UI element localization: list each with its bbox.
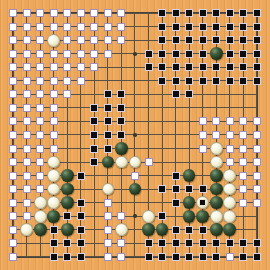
intersection-r4-c7[interactable] bbox=[101, 61, 115, 75]
intersection-r14-c11[interactable] bbox=[155, 196, 169, 210]
intersection-r3-c5[interactable] bbox=[74, 47, 88, 61]
intersection-r3-c6[interactable] bbox=[88, 47, 102, 61]
intersection-r5-c11[interactable] bbox=[155, 74, 169, 88]
intersection-r3-c3[interactable] bbox=[47, 47, 61, 61]
intersection-r2-c13[interactable] bbox=[182, 34, 196, 48]
intersection-r17-c15[interactable] bbox=[209, 236, 223, 250]
intersection-r12-c5[interactable] bbox=[74, 169, 88, 183]
intersection-r8-c14[interactable] bbox=[196, 115, 210, 129]
intersection-r0-c6[interactable] bbox=[88, 7, 102, 21]
intersection-r14-c2[interactable] bbox=[34, 196, 48, 210]
intersection-r15-c11[interactable] bbox=[155, 209, 169, 223]
intersection-r0-c17[interactable] bbox=[236, 7, 250, 21]
intersection-r9-c3[interactable] bbox=[47, 128, 61, 142]
intersection-r15-c16[interactable] bbox=[223, 209, 237, 223]
intersection-r17-c8[interactable] bbox=[115, 236, 129, 250]
intersection-r13-c3[interactable] bbox=[47, 182, 61, 196]
intersection-r5-c14[interactable] bbox=[196, 74, 210, 88]
intersection-r9-c6[interactable] bbox=[88, 128, 102, 142]
intersection-r15-c17[interactable] bbox=[236, 209, 250, 223]
intersection-r8-c11[interactable] bbox=[155, 115, 169, 129]
intersection-r15-c12[interactable] bbox=[169, 209, 183, 223]
intersection-r6-c8[interactable] bbox=[115, 88, 129, 102]
intersection-r15-c7[interactable] bbox=[101, 209, 115, 223]
intersection-r13-c14[interactable] bbox=[196, 182, 210, 196]
intersection-r1-c11[interactable] bbox=[155, 20, 169, 34]
intersection-r14-c4[interactable] bbox=[61, 196, 75, 210]
intersection-r13-c9[interactable] bbox=[128, 182, 142, 196]
intersection-r14-c9[interactable] bbox=[128, 196, 142, 210]
intersection-r8-c7[interactable] bbox=[101, 115, 115, 129]
intersection-r6-c1[interactable] bbox=[20, 88, 34, 102]
intersection-r0-c2[interactable] bbox=[34, 7, 48, 21]
intersection-r16-c14[interactable] bbox=[196, 223, 210, 237]
intersection-r17-c11[interactable] bbox=[155, 236, 169, 250]
intersection-r12-c16[interactable] bbox=[223, 169, 237, 183]
intersection-r9-c18[interactable] bbox=[250, 128, 264, 142]
intersection-r11-c4[interactable] bbox=[61, 155, 75, 169]
intersection-r2-c2[interactable] bbox=[34, 34, 48, 48]
intersection-r12-c13[interactable] bbox=[182, 169, 196, 183]
intersection-r12-c10[interactable] bbox=[142, 169, 156, 183]
intersection-r17-c0[interactable] bbox=[7, 236, 21, 250]
intersection-r18-c0[interactable] bbox=[7, 250, 21, 264]
intersection-r11-c8[interactable] bbox=[115, 155, 129, 169]
intersection-r17-c1[interactable] bbox=[20, 236, 34, 250]
intersection-r5-c9[interactable] bbox=[128, 74, 142, 88]
intersection-r13-c4[interactable] bbox=[61, 182, 75, 196]
intersection-r8-c1[interactable] bbox=[20, 115, 34, 129]
intersection-r11-c11[interactable] bbox=[155, 155, 169, 169]
intersection-r13-c1[interactable] bbox=[20, 182, 34, 196]
intersection-r10-c10[interactable] bbox=[142, 142, 156, 156]
intersection-r3-c12[interactable] bbox=[169, 47, 183, 61]
intersection-r14-c7[interactable] bbox=[101, 196, 115, 210]
intersection-r9-c13[interactable] bbox=[182, 128, 196, 142]
intersection-r15-c3[interactable] bbox=[47, 209, 61, 223]
intersection-r7-c2[interactable] bbox=[34, 101, 48, 115]
intersection-r3-c15[interactable] bbox=[209, 47, 223, 61]
intersection-r6-c6[interactable] bbox=[88, 88, 102, 102]
intersection-r18-c9[interactable] bbox=[128, 250, 142, 264]
intersection-r11-c14[interactable] bbox=[196, 155, 210, 169]
intersection-r3-c9[interactable] bbox=[128, 47, 142, 61]
intersection-r5-c16[interactable] bbox=[223, 74, 237, 88]
intersection-r0-c5[interactable] bbox=[74, 7, 88, 21]
intersection-r3-c11[interactable] bbox=[155, 47, 169, 61]
intersection-r10-c5[interactable] bbox=[74, 142, 88, 156]
intersection-r3-c13[interactable] bbox=[182, 47, 196, 61]
intersection-r9-c0[interactable] bbox=[7, 128, 21, 142]
intersection-r9-c16[interactable] bbox=[223, 128, 237, 142]
intersection-r16-c16[interactable] bbox=[223, 223, 237, 237]
intersection-r11-c2[interactable] bbox=[34, 155, 48, 169]
intersection-r1-c3[interactable] bbox=[47, 20, 61, 34]
intersection-r2-c11[interactable] bbox=[155, 34, 169, 48]
intersection-r2-c15[interactable] bbox=[209, 34, 223, 48]
intersection-r16-c5[interactable] bbox=[74, 223, 88, 237]
intersection-r12-c11[interactable] bbox=[155, 169, 169, 183]
intersection-r1-c13[interactable] bbox=[182, 20, 196, 34]
intersection-r11-c6[interactable] bbox=[88, 155, 102, 169]
intersection-r16-c13[interactable] bbox=[182, 223, 196, 237]
intersection-r14-c16[interactable] bbox=[223, 196, 237, 210]
intersection-r3-c2[interactable] bbox=[34, 47, 48, 61]
intersection-r13-c6[interactable] bbox=[88, 182, 102, 196]
intersection-r18-c1[interactable] bbox=[20, 250, 34, 264]
intersection-r17-c2[interactable] bbox=[34, 236, 48, 250]
intersection-r8-c6[interactable] bbox=[88, 115, 102, 129]
intersection-r2-c10[interactable] bbox=[142, 34, 156, 48]
intersection-r12-c15[interactable] bbox=[209, 169, 223, 183]
intersection-r10-c2[interactable] bbox=[34, 142, 48, 156]
intersection-r8-c12[interactable] bbox=[169, 115, 183, 129]
intersection-r12-c3[interactable] bbox=[47, 169, 61, 183]
intersection-r4-c3[interactable] bbox=[47, 61, 61, 75]
intersection-r6-c10[interactable] bbox=[142, 88, 156, 102]
intersection-r5-c18[interactable] bbox=[250, 74, 264, 88]
intersection-r10-c12[interactable] bbox=[169, 142, 183, 156]
intersection-r16-c4[interactable] bbox=[61, 223, 75, 237]
intersection-r18-c14[interactable] bbox=[196, 250, 210, 264]
intersection-r3-c1[interactable] bbox=[20, 47, 34, 61]
intersection-r18-c5[interactable] bbox=[74, 250, 88, 264]
intersection-r4-c1[interactable] bbox=[20, 61, 34, 75]
intersection-r12-c18[interactable] bbox=[250, 169, 264, 183]
intersection-r15-c2[interactable] bbox=[34, 209, 48, 223]
intersection-r1-c14[interactable] bbox=[196, 20, 210, 34]
intersection-r13-c17[interactable] bbox=[236, 182, 250, 196]
intersection-r10-c11[interactable] bbox=[155, 142, 169, 156]
intersection-r14-c3[interactable] bbox=[47, 196, 61, 210]
intersection-r0-c11[interactable] bbox=[155, 7, 169, 21]
intersection-r12-c0[interactable] bbox=[7, 169, 21, 183]
intersection-r16-c11[interactable] bbox=[155, 223, 169, 237]
intersection-r14-c14[interactable] bbox=[196, 196, 210, 210]
intersection-r3-c18[interactable] bbox=[250, 47, 264, 61]
intersection-r0-c16[interactable] bbox=[223, 7, 237, 21]
intersection-r13-c8[interactable] bbox=[115, 182, 129, 196]
intersection-r18-c10[interactable] bbox=[142, 250, 156, 264]
intersection-r10-c0[interactable] bbox=[7, 142, 21, 156]
intersection-r1-c5[interactable] bbox=[74, 20, 88, 34]
intersection-r7-c4[interactable] bbox=[61, 101, 75, 115]
intersection-r8-c8[interactable] bbox=[115, 115, 129, 129]
intersection-r4-c4[interactable] bbox=[61, 61, 75, 75]
intersection-r12-c7[interactable] bbox=[101, 169, 115, 183]
intersection-r6-c7[interactable] bbox=[101, 88, 115, 102]
intersection-r9-c11[interactable] bbox=[155, 128, 169, 142]
intersection-r2-c14[interactable] bbox=[196, 34, 210, 48]
intersection-r18-c6[interactable] bbox=[88, 250, 102, 264]
intersection-r17-c16[interactable] bbox=[223, 236, 237, 250]
intersection-r15-c8[interactable] bbox=[115, 209, 129, 223]
intersection-r5-c2[interactable] bbox=[34, 74, 48, 88]
intersection-r18-c7[interactable] bbox=[101, 250, 115, 264]
intersection-r0-c7[interactable] bbox=[101, 7, 115, 21]
intersection-r13-c18[interactable] bbox=[250, 182, 264, 196]
intersection-r17-c18[interactable] bbox=[250, 236, 264, 250]
intersection-r6-c5[interactable] bbox=[74, 88, 88, 102]
intersection-r11-c12[interactable] bbox=[169, 155, 183, 169]
intersection-r11-c9[interactable] bbox=[128, 155, 142, 169]
intersection-r8-c16[interactable] bbox=[223, 115, 237, 129]
intersection-r14-c17[interactable] bbox=[236, 196, 250, 210]
intersection-r5-c17[interactable] bbox=[236, 74, 250, 88]
intersection-r4-c14[interactable] bbox=[196, 61, 210, 75]
intersection-r7-c5[interactable] bbox=[74, 101, 88, 115]
intersection-r3-c4[interactable] bbox=[61, 47, 75, 61]
intersection-r3-c14[interactable] bbox=[196, 47, 210, 61]
intersection-r12-c6[interactable] bbox=[88, 169, 102, 183]
intersection-r9-c14[interactable] bbox=[196, 128, 210, 142]
intersection-r5-c13[interactable] bbox=[182, 74, 196, 88]
intersection-r1-c9[interactable] bbox=[128, 20, 142, 34]
intersection-r9-c10[interactable] bbox=[142, 128, 156, 142]
intersection-r17-c12[interactable] bbox=[169, 236, 183, 250]
intersection-r18-c3[interactable] bbox=[47, 250, 61, 264]
intersection-r13-c2[interactable] bbox=[34, 182, 48, 196]
intersection-r1-c6[interactable] bbox=[88, 20, 102, 34]
intersection-r1-c1[interactable] bbox=[20, 20, 34, 34]
intersection-r2-c8[interactable] bbox=[115, 34, 129, 48]
intersection-r5-c7[interactable] bbox=[101, 74, 115, 88]
intersection-r17-c13[interactable] bbox=[182, 236, 196, 250]
intersection-r3-c7[interactable] bbox=[101, 47, 115, 61]
intersection-r4-c5[interactable] bbox=[74, 61, 88, 75]
intersection-r6-c4[interactable] bbox=[61, 88, 75, 102]
intersection-r13-c13[interactable] bbox=[182, 182, 196, 196]
intersection-r2-c4[interactable] bbox=[61, 34, 75, 48]
intersection-r9-c8[interactable] bbox=[115, 128, 129, 142]
intersection-r6-c3[interactable] bbox=[47, 88, 61, 102]
intersection-r13-c15[interactable] bbox=[209, 182, 223, 196]
intersection-r10-c7[interactable] bbox=[101, 142, 115, 156]
intersection-r9-c17[interactable] bbox=[236, 128, 250, 142]
intersection-r5-c4[interactable] bbox=[61, 74, 75, 88]
intersection-r2-c18[interactable] bbox=[250, 34, 264, 48]
intersection-r18-c8[interactable] bbox=[115, 250, 129, 264]
intersection-r2-c6[interactable] bbox=[88, 34, 102, 48]
intersection-r7-c17[interactable] bbox=[236, 101, 250, 115]
intersection-r11-c16[interactable] bbox=[223, 155, 237, 169]
intersection-r17-c4[interactable] bbox=[61, 236, 75, 250]
intersection-r14-c10[interactable] bbox=[142, 196, 156, 210]
intersection-r7-c15[interactable] bbox=[209, 101, 223, 115]
intersection-r14-c1[interactable] bbox=[20, 196, 34, 210]
intersection-r6-c0[interactable] bbox=[7, 88, 21, 102]
intersection-r9-c9[interactable] bbox=[128, 128, 142, 142]
intersection-r0-c3[interactable] bbox=[47, 7, 61, 21]
intersection-r14-c18[interactable] bbox=[250, 196, 264, 210]
intersection-r0-c12[interactable] bbox=[169, 7, 183, 21]
intersection-r13-c0[interactable] bbox=[7, 182, 21, 196]
intersection-r18-c17[interactable] bbox=[236, 250, 250, 264]
intersection-r16-c9[interactable] bbox=[128, 223, 142, 237]
intersection-r3-c0[interactable] bbox=[7, 47, 21, 61]
intersection-r4-c16[interactable] bbox=[223, 61, 237, 75]
intersection-r0-c14[interactable] bbox=[196, 7, 210, 21]
intersection-r11-c18[interactable] bbox=[250, 155, 264, 169]
intersection-r18-c16[interactable] bbox=[223, 250, 237, 264]
intersection-r7-c3[interactable] bbox=[47, 101, 61, 115]
intersection-r17-c14[interactable] bbox=[196, 236, 210, 250]
intersection-r7-c8[interactable] bbox=[115, 101, 129, 115]
intersection-r17-c5[interactable] bbox=[74, 236, 88, 250]
intersection-r6-c13[interactable] bbox=[182, 88, 196, 102]
intersection-r12-c17[interactable] bbox=[236, 169, 250, 183]
intersection-r10-c16[interactable] bbox=[223, 142, 237, 156]
intersection-r5-c12[interactable] bbox=[169, 74, 183, 88]
intersection-r0-c10[interactable] bbox=[142, 7, 156, 21]
intersection-r6-c18[interactable] bbox=[250, 88, 264, 102]
intersection-r12-c2[interactable] bbox=[34, 169, 48, 183]
intersection-r16-c2[interactable] bbox=[34, 223, 48, 237]
intersection-r8-c13[interactable] bbox=[182, 115, 196, 129]
intersection-r7-c12[interactable] bbox=[169, 101, 183, 115]
intersection-r8-c3[interactable] bbox=[47, 115, 61, 129]
intersection-r14-c15[interactable] bbox=[209, 196, 223, 210]
intersection-r17-c10[interactable] bbox=[142, 236, 156, 250]
intersection-r12-c9[interactable] bbox=[128, 169, 142, 183]
intersection-r13-c5[interactable] bbox=[74, 182, 88, 196]
intersection-r0-c18[interactable] bbox=[250, 7, 264, 21]
intersection-r0-c13[interactable] bbox=[182, 7, 196, 21]
intersection-r17-c3[interactable] bbox=[47, 236, 61, 250]
intersection-r11-c0[interactable] bbox=[7, 155, 21, 169]
intersection-r5-c0[interactable] bbox=[7, 74, 21, 88]
intersection-r5-c10[interactable] bbox=[142, 74, 156, 88]
intersection-r15-c9[interactable] bbox=[128, 209, 142, 223]
intersection-r6-c9[interactable] bbox=[128, 88, 142, 102]
intersection-r1-c7[interactable] bbox=[101, 20, 115, 34]
intersection-r1-c18[interactable] bbox=[250, 20, 264, 34]
intersection-r2-c12[interactable] bbox=[169, 34, 183, 48]
intersection-r6-c2[interactable] bbox=[34, 88, 48, 102]
intersection-r5-c5[interactable] bbox=[74, 74, 88, 88]
intersection-r0-c4[interactable] bbox=[61, 7, 75, 21]
intersection-r1-c12[interactable] bbox=[169, 20, 183, 34]
intersection-r2-c3[interactable] bbox=[47, 34, 61, 48]
intersection-r14-c0[interactable] bbox=[7, 196, 21, 210]
intersection-r8-c18[interactable] bbox=[250, 115, 264, 129]
intersection-r1-c4[interactable] bbox=[61, 20, 75, 34]
intersection-r7-c18[interactable] bbox=[250, 101, 264, 115]
intersection-r15-c15[interactable] bbox=[209, 209, 223, 223]
intersection-r16-c10[interactable] bbox=[142, 223, 156, 237]
intersection-r14-c6[interactable] bbox=[88, 196, 102, 210]
intersection-r1-c2[interactable] bbox=[34, 20, 48, 34]
intersection-r5-c15[interactable] bbox=[209, 74, 223, 88]
intersection-r2-c9[interactable] bbox=[128, 34, 142, 48]
intersection-r11-c7[interactable] bbox=[101, 155, 115, 169]
intersection-r0-c15[interactable] bbox=[209, 7, 223, 21]
intersection-r5-c6[interactable] bbox=[88, 74, 102, 88]
intersection-r7-c11[interactable] bbox=[155, 101, 169, 115]
intersection-r10-c6[interactable] bbox=[88, 142, 102, 156]
intersection-r1-c0[interactable] bbox=[7, 20, 21, 34]
intersection-r7-c7[interactable] bbox=[101, 101, 115, 115]
intersection-r14-c13[interactable] bbox=[182, 196, 196, 210]
intersection-r4-c0[interactable] bbox=[7, 61, 21, 75]
intersection-r10-c4[interactable] bbox=[61, 142, 75, 156]
intersection-r4-c2[interactable] bbox=[34, 61, 48, 75]
intersection-r12-c14[interactable] bbox=[196, 169, 210, 183]
intersection-r3-c17[interactable] bbox=[236, 47, 250, 61]
intersection-r7-c9[interactable] bbox=[128, 101, 142, 115]
intersection-r8-c9[interactable] bbox=[128, 115, 142, 129]
intersection-r16-c0[interactable] bbox=[7, 223, 21, 237]
intersection-r11-c10[interactable] bbox=[142, 155, 156, 169]
intersection-r2-c16[interactable] bbox=[223, 34, 237, 48]
intersection-r16-c7[interactable] bbox=[101, 223, 115, 237]
intersection-r13-c12[interactable] bbox=[169, 182, 183, 196]
intersection-r17-c17[interactable] bbox=[236, 236, 250, 250]
intersection-r18-c12[interactable] bbox=[169, 250, 183, 264]
intersection-r2-c5[interactable] bbox=[74, 34, 88, 48]
intersection-r9-c5[interactable] bbox=[74, 128, 88, 142]
intersection-r18-c15[interactable] bbox=[209, 250, 223, 264]
intersection-r1-c10[interactable] bbox=[142, 20, 156, 34]
intersection-r4-c17[interactable] bbox=[236, 61, 250, 75]
intersection-r9-c4[interactable] bbox=[61, 128, 75, 142]
intersection-r13-c7[interactable] bbox=[101, 182, 115, 196]
intersection-r10-c14[interactable] bbox=[196, 142, 210, 156]
intersection-r10-c17[interactable] bbox=[236, 142, 250, 156]
intersection-r13-c10[interactable] bbox=[142, 182, 156, 196]
intersection-r12-c1[interactable] bbox=[20, 169, 34, 183]
intersection-r9-c7[interactable] bbox=[101, 128, 115, 142]
intersection-r4-c6[interactable] bbox=[88, 61, 102, 75]
intersection-r0-c0[interactable] bbox=[7, 7, 21, 21]
intersection-r11-c3[interactable] bbox=[47, 155, 61, 169]
intersection-r9-c12[interactable] bbox=[169, 128, 183, 142]
intersection-r10-c18[interactable] bbox=[250, 142, 264, 156]
intersection-r16-c1[interactable] bbox=[20, 223, 34, 237]
intersection-r15-c10[interactable] bbox=[142, 209, 156, 223]
intersection-r1-c15[interactable] bbox=[209, 20, 223, 34]
intersection-r12-c4[interactable] bbox=[61, 169, 75, 183]
intersection-r16-c8[interactable] bbox=[115, 223, 129, 237]
intersection-r11-c5[interactable] bbox=[74, 155, 88, 169]
intersection-r9-c15[interactable] bbox=[209, 128, 223, 142]
intersection-r10-c9[interactable] bbox=[128, 142, 142, 156]
intersection-r11-c15[interactable] bbox=[209, 155, 223, 169]
intersection-r9-c2[interactable] bbox=[34, 128, 48, 142]
intersection-r0-c1[interactable] bbox=[20, 7, 34, 21]
intersection-r2-c17[interactable] bbox=[236, 34, 250, 48]
intersection-r15-c4[interactable] bbox=[61, 209, 75, 223]
intersection-r4-c12[interactable] bbox=[169, 61, 183, 75]
intersection-r8-c17[interactable] bbox=[236, 115, 250, 129]
intersection-r2-c7[interactable] bbox=[101, 34, 115, 48]
intersection-r16-c3[interactable] bbox=[47, 223, 61, 237]
intersection-r8-c4[interactable] bbox=[61, 115, 75, 129]
intersection-r8-c10[interactable] bbox=[142, 115, 156, 129]
intersection-r17-c6[interactable] bbox=[88, 236, 102, 250]
intersection-r1-c8[interactable] bbox=[115, 20, 129, 34]
intersection-r16-c18[interactable] bbox=[250, 223, 264, 237]
intersection-r4-c15[interactable] bbox=[209, 61, 223, 75]
intersection-r12-c12[interactable] bbox=[169, 169, 183, 183]
intersection-r10-c3[interactable] bbox=[47, 142, 61, 156]
intersection-r15-c13[interactable] bbox=[182, 209, 196, 223]
intersection-r5-c3[interactable] bbox=[47, 74, 61, 88]
intersection-r18-c11[interactable] bbox=[155, 250, 169, 264]
intersection-r12-c8[interactable] bbox=[115, 169, 129, 183]
intersection-r7-c1[interactable] bbox=[20, 101, 34, 115]
intersection-r14-c5[interactable] bbox=[74, 196, 88, 210]
